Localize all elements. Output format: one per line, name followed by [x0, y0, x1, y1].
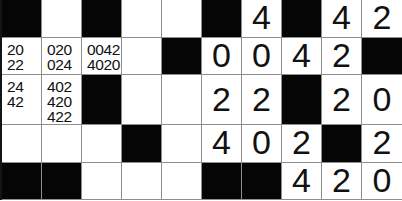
cell-r2c8[interactable]: 2	[322, 75, 362, 125]
cell-r0c1[interactable]	[42, 0, 82, 38]
cell-r0c5	[202, 0, 242, 38]
cell-r1c7[interactable]: 4	[282, 38, 322, 76]
cell-r3c4[interactable]	[162, 125, 202, 163]
cell-r0c2	[82, 0, 122, 38]
cell-r4c0	[2, 163, 42, 201]
cell-r1c2-number-bank: 0042 4020	[82, 38, 122, 76]
cell-r0c0	[2, 0, 42, 38]
cell-r4c5	[202, 163, 242, 201]
cell-r4c6	[242, 163, 282, 201]
cell-r1c8[interactable]: 2	[322, 38, 362, 76]
cell-r1c3[interactable]	[122, 38, 162, 76]
cell-r3c8	[322, 125, 362, 163]
cell-r1c1-number-bank: 020 024	[42, 38, 82, 76]
cell-r0c3[interactable]	[122, 0, 162, 38]
cell-r0c9[interactable]: 2	[362, 0, 402, 38]
cell-r3c3	[122, 125, 162, 163]
cell-r0c8[interactable]: 4	[322, 0, 362, 38]
cell-r4c3[interactable]	[122, 163, 162, 201]
cell-r0c4[interactable]	[162, 0, 202, 38]
cell-r2c9[interactable]: 0	[362, 75, 402, 125]
cell-r4c7[interactable]: 4	[282, 163, 322, 201]
cell-r2c4[interactable]	[162, 75, 202, 125]
cell-r3c0[interactable]	[2, 125, 42, 163]
cell-r3c7[interactable]: 2	[282, 125, 322, 163]
cell-r3c2[interactable]	[82, 125, 122, 163]
cell-r2c2	[82, 75, 122, 125]
cell-r4c8[interactable]: 2	[322, 163, 362, 201]
cell-r4c9[interactable]: 0	[362, 163, 402, 201]
fill-in-puzzle-board: 4 4 2 20 22 020 024 0042 4020 0 0 4 2 24…	[0, 0, 402, 200]
cell-r3c6[interactable]: 0	[242, 125, 282, 163]
cell-r3c9[interactable]: 2	[362, 125, 402, 163]
cell-r2c6[interactable]: 2	[242, 75, 282, 125]
cell-r0c7	[282, 0, 322, 38]
cell-r3c1[interactable]	[42, 125, 82, 163]
cell-r1c5[interactable]: 0	[202, 38, 242, 76]
cell-r4c4[interactable]	[162, 163, 202, 201]
cell-r0c6[interactable]: 4	[242, 0, 282, 38]
cell-r2c1-number-bank: 402 420 422	[42, 75, 82, 125]
cell-r2c7	[282, 75, 322, 125]
cell-r4c2[interactable]	[82, 163, 122, 201]
cell-r1c6[interactable]: 0	[242, 38, 282, 76]
cell-r4c1	[42, 163, 82, 201]
cell-r1c4	[162, 38, 202, 76]
cell-r1c0-number-bank: 20 22	[2, 38, 42, 76]
cell-r1c9	[362, 38, 402, 76]
cell-r2c3[interactable]	[122, 75, 162, 125]
cell-r2c0-number-bank: 24 42	[2, 75, 42, 125]
cell-r2c5[interactable]: 2	[202, 75, 242, 125]
cell-r3c5[interactable]: 4	[202, 125, 242, 163]
